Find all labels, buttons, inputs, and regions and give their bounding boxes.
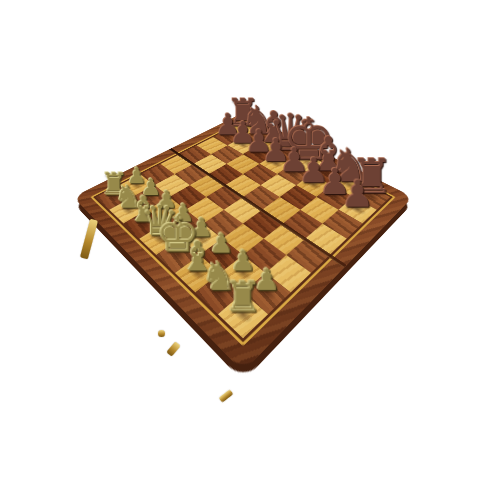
black-queen-icon: ♛ xyxy=(268,108,313,158)
piece-shadow xyxy=(297,157,321,171)
square-c4 xyxy=(190,174,225,197)
scene-3d: ♜♞♝♛♚♝♞♜♟♟♟♟♟♟♟♟♟♟♟♟♟♟♟♟♜♞♝♛♚♝♞♜ xyxy=(0,0,500,500)
board-frame: ♜♞♝♛♚♝♞♜♟♟♟♟♟♟♟♟♟♟♟♟♟♟♟♟♜♞♝♛♚♝♞♜ xyxy=(73,113,412,372)
black-pawn-icon: ♟ xyxy=(279,144,309,177)
square-b5 xyxy=(193,154,226,174)
brass-knob-lower-left-icon xyxy=(158,330,165,337)
black-pawn-icon: ♟ xyxy=(298,154,329,188)
square-b6 xyxy=(211,145,243,164)
piece-shadow xyxy=(248,148,270,161)
black-king-icon: ♚ xyxy=(283,111,335,169)
square-d8: ♛ xyxy=(275,145,307,164)
piece-shadow xyxy=(264,157,287,171)
playing-area: ♜♞♝♛♚♝♞♜♟♟♟♟♟♟♟♟♟♟♟♟♟♟♟♟♜♞♝♛♚♝♞♜ xyxy=(90,119,395,346)
black-rook-icon: ♜ xyxy=(226,94,260,132)
square-e7: ♟ xyxy=(277,164,311,185)
square-e6 xyxy=(261,174,296,197)
white-rook-icon: ♜ xyxy=(224,276,262,318)
square-f7: ♟ xyxy=(296,174,331,197)
piece-shadow xyxy=(233,124,253,135)
square-b4 xyxy=(175,164,209,185)
square-b8: ♞ xyxy=(243,129,273,145)
square-a3 xyxy=(140,164,174,185)
square-a6 xyxy=(197,137,228,154)
square-f6 xyxy=(280,185,317,210)
piece-shadow xyxy=(301,177,326,193)
black-pawn-icon: ♟ xyxy=(341,176,374,213)
square-a5 xyxy=(179,145,211,164)
piece-shadow xyxy=(263,139,285,151)
square-e8: ♚ xyxy=(293,154,326,174)
black-bishop-icon: ♝ xyxy=(307,131,350,178)
square-d5 xyxy=(225,174,260,197)
square-a4 xyxy=(160,154,193,174)
black-knight-icon: ♞ xyxy=(241,101,276,140)
square-c5 xyxy=(209,164,243,185)
black-bishop-icon: ♝ xyxy=(255,106,293,149)
square-d7: ♟ xyxy=(260,154,293,174)
chess-board: ♜♞♝♛♚♝♞♜♟♟♟♟♟♟♟♟♟♟♟♟♟♟♟♟♜♞♝♛♚♝♞♜ xyxy=(73,113,412,372)
black-pawn-icon: ♟ xyxy=(230,118,257,148)
square-d6 xyxy=(243,164,277,185)
square-b7: ♟ xyxy=(228,137,259,154)
piece-shadow xyxy=(316,167,341,182)
piece-shadow xyxy=(280,148,303,161)
product-photo: ♜♞♝♛♚♝♞♜♟♟♟♟♟♟♟♟♟♟♟♟♟♟♟♟♜♞♝♛♚♝♞♜ xyxy=(0,0,500,500)
square-a8: ♜ xyxy=(228,122,257,137)
piece-shadow xyxy=(232,139,253,151)
piece-shadow xyxy=(282,167,306,182)
black-pawn-icon: ♟ xyxy=(262,134,291,166)
square-c7: ♟ xyxy=(243,145,275,164)
square-a7: ♟ xyxy=(213,129,243,145)
square-h1: ♜ xyxy=(218,293,268,339)
square-c6 xyxy=(226,154,259,174)
piece-shadow xyxy=(248,131,269,142)
black-pawn-icon: ♟ xyxy=(215,110,241,139)
black-pawn-icon: ♟ xyxy=(245,126,273,157)
piece-shadow xyxy=(218,131,239,142)
square-c8: ♝ xyxy=(258,137,289,154)
